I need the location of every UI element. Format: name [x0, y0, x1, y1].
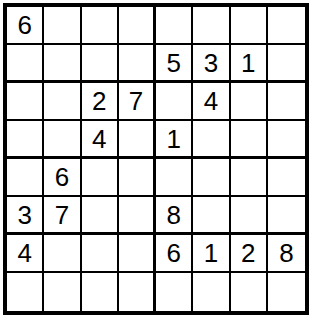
cell-r6c8-empty[interactable] [268, 197, 305, 235]
sudoku-board: 653127441637846128 [3, 3, 309, 315]
cell-r5c8-empty[interactable] [268, 159, 305, 197]
cell-r8c8-empty[interactable] [268, 273, 305, 311]
cell-r3c7-empty[interactable] [231, 83, 268, 121]
cell-r6c2-given: 7 [44, 197, 81, 235]
cell-r2c3-empty[interactable] [82, 45, 119, 83]
cell-r1c4-empty[interactable] [119, 7, 156, 45]
cell-r4c1-empty[interactable] [7, 121, 44, 159]
cell-r8c7-empty[interactable] [231, 273, 268, 311]
cell-r2c7-given: 1 [231, 45, 268, 83]
cell-r3c3-given: 2 [82, 83, 119, 121]
cell-r7c5-given: 6 [156, 235, 193, 273]
cell-r4c8-empty[interactable] [268, 121, 305, 159]
cell-r6c7-empty[interactable] [231, 197, 268, 235]
cell-r2c8-empty[interactable] [268, 45, 305, 83]
cell-r1c1-given: 6 [7, 7, 44, 45]
cell-r1c3-empty[interactable] [82, 7, 119, 45]
cell-r3c1-empty[interactable] [7, 83, 44, 121]
cell-r8c2-empty[interactable] [44, 273, 81, 311]
cell-r8c1-empty[interactable] [7, 273, 44, 311]
cell-r5c6-empty[interactable] [193, 159, 230, 197]
cell-r3c4-given: 7 [119, 83, 156, 121]
cell-r8c5-empty[interactable] [156, 273, 193, 311]
cell-r4c7-empty[interactable] [231, 121, 268, 159]
cell-r2c2-empty[interactable] [44, 45, 81, 83]
cell-r6c1-given: 3 [7, 197, 44, 235]
cell-r4c3-given: 4 [82, 121, 119, 159]
cell-r2c6-given: 3 [193, 45, 230, 83]
cell-r7c1-given: 4 [7, 235, 44, 273]
cell-r4c2-empty[interactable] [44, 121, 81, 159]
cell-r2c4-empty[interactable] [119, 45, 156, 83]
cell-r7c6-given: 1 [193, 235, 230, 273]
cell-r5c4-empty[interactable] [119, 159, 156, 197]
cell-r5c5-empty[interactable] [156, 159, 193, 197]
cell-r1c8-empty[interactable] [268, 7, 305, 45]
cell-r7c3-empty[interactable] [82, 235, 119, 273]
cell-r7c4-empty[interactable] [119, 235, 156, 273]
cell-r4c4-empty[interactable] [119, 121, 156, 159]
cell-r1c6-empty[interactable] [193, 7, 230, 45]
sudoku-page: 653127441637846128 [0, 0, 312, 320]
cell-r7c7-given: 2 [231, 235, 268, 273]
cell-r3c6-given: 4 [193, 83, 230, 121]
cell-r8c6-empty[interactable] [193, 273, 230, 311]
cell-r4c5-given: 1 [156, 121, 193, 159]
cell-r6c5-given: 8 [156, 197, 193, 235]
cell-r5c7-empty[interactable] [231, 159, 268, 197]
cell-r3c8-empty[interactable] [268, 83, 305, 121]
cell-r7c8-given: 8 [268, 235, 305, 273]
cell-r7c2-empty[interactable] [44, 235, 81, 273]
cell-r5c2-given: 6 [44, 159, 81, 197]
cell-r5c3-empty[interactable] [82, 159, 119, 197]
cell-r6c3-empty[interactable] [82, 197, 119, 235]
cell-r6c4-empty[interactable] [119, 197, 156, 235]
cell-r6c6-empty[interactable] [193, 197, 230, 235]
cell-r4c6-empty[interactable] [193, 121, 230, 159]
cell-r2c1-empty[interactable] [7, 45, 44, 83]
cell-r1c7-empty[interactable] [231, 7, 268, 45]
cell-r2c5-given: 5 [156, 45, 193, 83]
cell-r8c3-empty[interactable] [82, 273, 119, 311]
cell-r3c2-empty[interactable] [44, 83, 81, 121]
cell-r3c5-empty[interactable] [156, 83, 193, 121]
cell-r1c5-empty[interactable] [156, 7, 193, 45]
cell-r1c2-empty[interactable] [44, 7, 81, 45]
cell-r8c4-empty[interactable] [119, 273, 156, 311]
cell-r5c1-empty[interactable] [7, 159, 44, 197]
